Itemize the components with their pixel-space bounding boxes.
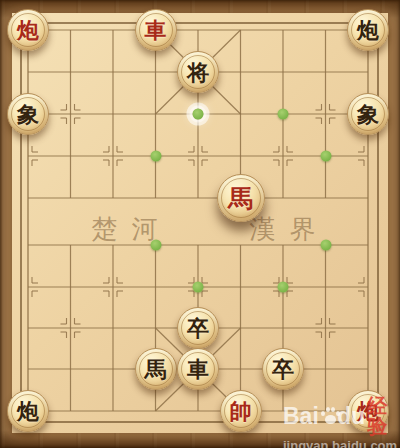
piece-glyph: 車 <box>187 358 209 380</box>
piece-glyph: 炮 <box>17 19 39 41</box>
piece-black-cannon[interactable]: 炮 <box>7 390 49 432</box>
piece-black-soldier[interactable]: 卒 <box>262 348 304 390</box>
piece-glyph: 炮 <box>357 400 379 422</box>
move-hint-dot[interactable] <box>320 240 331 251</box>
piece-glyph: 車 <box>145 19 167 41</box>
piece-glyph: 卒 <box>272 358 294 380</box>
piece-glyph: 帥 <box>230 400 252 422</box>
piece-red-cannon[interactable]: 炮 <box>347 390 389 432</box>
piece-glyph: 象 <box>357 103 379 125</box>
piece-black-general[interactable]: 将 <box>177 51 219 93</box>
move-hint-dot[interactable] <box>320 151 331 162</box>
piece-glyph: 馬 <box>228 186 253 211</box>
piece-glyph: 炮 <box>17 400 39 422</box>
piece-red-cannon[interactable]: 炮 <box>7 9 49 51</box>
piece-glyph: 馬 <box>145 358 167 380</box>
piece-glyph: 炮 <box>357 19 379 41</box>
river-label-han-jie: 漢界 <box>243 212 330 247</box>
piece-black-elephant[interactable]: 象 <box>7 93 49 135</box>
piece-red-general[interactable]: 帥 <box>220 390 262 432</box>
move-hint-dot[interactable] <box>150 151 161 162</box>
piece-black-horse[interactable]: 馬 <box>135 348 177 390</box>
xiangqi-board[interactable]: 楚河 漢界 炮車炮将象象馬卒馬車卒炮帥炮 Bai du 经验 jingyan.b… <box>0 0 400 448</box>
move-hint-dot[interactable] <box>278 282 289 293</box>
piece-glyph: 将 <box>187 61 209 83</box>
piece-black-cannon[interactable]: 炮 <box>347 9 389 51</box>
move-hint-dot[interactable] <box>150 240 161 251</box>
piece-red-chariot[interactable]: 車 <box>135 9 177 51</box>
move-hint-dot[interactable] <box>193 282 204 293</box>
piece-black-elephant[interactable]: 象 <box>347 93 389 135</box>
piece-red-horse[interactable]: 馬 <box>217 174 265 222</box>
move-hint-dot[interactable] <box>278 109 289 120</box>
piece-black-chariot[interactable]: 車 <box>177 348 219 390</box>
move-hint-dot[interactable] <box>193 109 204 120</box>
piece-black-soldier[interactable]: 卒 <box>177 307 219 349</box>
piece-glyph: 象 <box>17 103 39 125</box>
piece-glyph: 卒 <box>187 317 209 339</box>
